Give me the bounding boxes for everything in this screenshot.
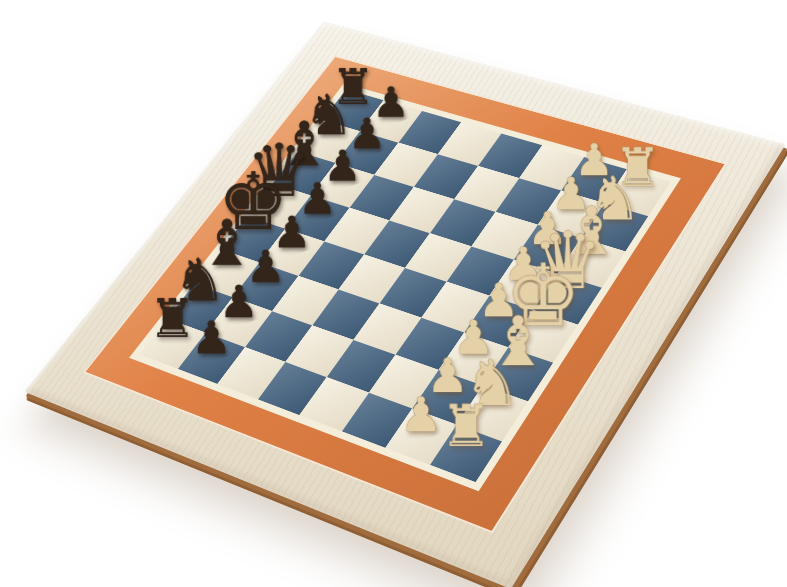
black-pawn-icon: ♟ bbox=[191, 315, 231, 360]
chess-board-grid: ♜♟♟♜♞♟♟♞♝♟♟♝♛♟♟♛♚♟♟♚♝♟♟♝♞♟♟♞♜♟♟♜ bbox=[139, 90, 671, 483]
black-rook-icon: ♜ bbox=[149, 292, 197, 345]
white-rook-icon: ♜ bbox=[440, 397, 492, 455]
board-frame: ♜♟♟♜♞♟♟♞♝♟♟♝♛♟♟♛♚♟♟♚♝♟♟♝♞♟♟♞♜♟♟♜ bbox=[24, 21, 786, 587]
square-b4[interactable] bbox=[454, 166, 519, 212]
board-liner: ♜♟♟♜♞♟♟♞♝♟♟♝♛♟♟♛♚♟♟♚♝♟♟♝♞♟♟♞♜♟♟♜ bbox=[129, 83, 681, 491]
board-orange-mat: ♜♟♟♜♞♟♟♞♝♟♟♝♛♟♟♛♚♟♟♚♝♟♟♝♞♟♟♞♜♟♟♜ bbox=[83, 56, 727, 534]
scene: ♜♟♟♜♞♟♟♞♝♟♟♝♛♟♟♛♚♟♟♚♝♟♟♝♞♟♟♞♜♟♟♜ bbox=[0, 0, 787, 587]
white-pawn-icon: ♟ bbox=[400, 390, 443, 438]
